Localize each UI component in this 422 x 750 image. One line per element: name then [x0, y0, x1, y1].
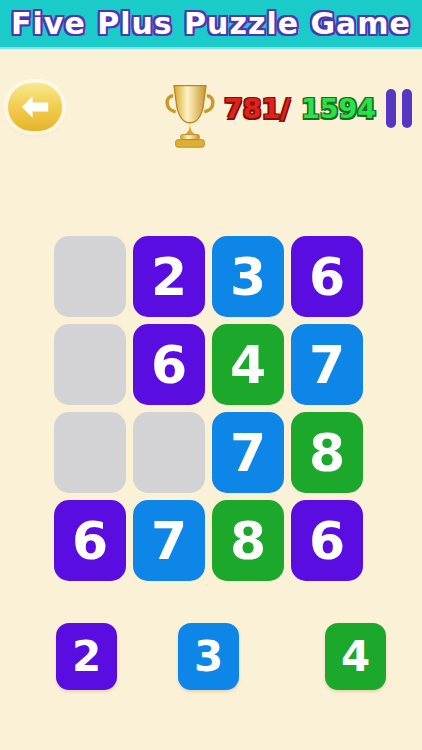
grid-tile-4[interactable]: 4 — [212, 324, 284, 405]
empty-cell[interactable] — [54, 412, 126, 493]
game-board: 236647786786 — [54, 236, 363, 581]
pause-icon — [402, 89, 412, 128]
pause-icon — [386, 89, 396, 128]
back-button[interactable] — [8, 83, 62, 131]
pause-button[interactable] — [386, 89, 412, 128]
grid-tile-2[interactable]: 2 — [133, 236, 205, 317]
grid-tile-7[interactable]: 7 — [133, 500, 205, 581]
app-screen: Five Plus Puzzle Game 781/ 1594 23664778… — [0, 0, 422, 750]
trophy-icon — [163, 82, 217, 150]
tray-tile-2[interactable]: 2 — [56, 623, 117, 690]
score-target: 1594 — [301, 93, 376, 124]
page-title: Five Plus Puzzle Game — [11, 6, 411, 41]
empty-cell[interactable] — [54, 236, 126, 317]
grid-tile-7[interactable]: 7 — [212, 412, 284, 493]
empty-cell[interactable] — [133, 412, 205, 493]
grid-tile-7[interactable]: 7 — [291, 324, 363, 405]
tile-tray: 234 — [0, 623, 422, 690]
grid-tile-6[interactable]: 6 — [133, 324, 205, 405]
grid-tile-8[interactable]: 8 — [212, 500, 284, 581]
tray-tile-4[interactable]: 4 — [325, 623, 386, 690]
grid-tile-8[interactable]: 8 — [291, 412, 363, 493]
grid-tile-6[interactable]: 6 — [291, 500, 363, 581]
grid-tile-6[interactable]: 6 — [54, 500, 126, 581]
grid-tile-3[interactable]: 3 — [212, 236, 284, 317]
empty-cell[interactable] — [54, 324, 126, 405]
tray-tile-3[interactable]: 3 — [178, 623, 239, 690]
left-arrow-icon — [20, 95, 50, 119]
grid-tile-6[interactable]: 6 — [291, 236, 363, 317]
title-bar: Five Plus Puzzle Game — [0, 0, 422, 49]
score-current: 781/ — [224, 93, 290, 124]
